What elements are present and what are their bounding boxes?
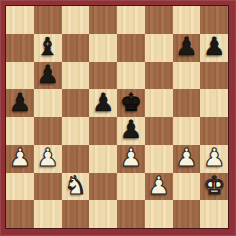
square-b6[interactable]: ♟ — [34, 62, 62, 90]
square-a4[interactable] — [6, 117, 34, 145]
chess-board-frame: ♝♟♟♟♟♟♚♟♟♟♟♟♟♞♟♚ — [0, 0, 236, 236]
square-b4[interactable] — [34, 117, 62, 145]
square-c5[interactable] — [62, 89, 90, 117]
square-f1[interactable] — [145, 200, 173, 228]
square-a3[interactable]: ♟ — [6, 145, 34, 173]
square-e3[interactable]: ♟ — [117, 145, 145, 173]
piece-black-king[interactable]: ♚ — [120, 90, 142, 115]
square-h8[interactable] — [200, 6, 228, 34]
square-e8[interactable] — [117, 6, 145, 34]
square-h4[interactable] — [200, 117, 228, 145]
square-c3[interactable] — [62, 145, 90, 173]
square-b1[interactable] — [34, 200, 62, 228]
piece-black-bishop[interactable]: ♝ — [36, 34, 58, 59]
piece-black-pawn[interactable]: ♟ — [92, 90, 114, 115]
piece-white-pawn[interactable]: ♟ — [120, 145, 142, 170]
square-g5[interactable] — [173, 89, 201, 117]
square-d2[interactable] — [89, 173, 117, 201]
square-h3[interactable]: ♟ — [200, 145, 228, 173]
square-h1[interactable] — [200, 200, 228, 228]
square-c7[interactable] — [62, 34, 90, 62]
square-g7[interactable]: ♟ — [173, 34, 201, 62]
square-d5[interactable]: ♟ — [89, 89, 117, 117]
piece-white-king[interactable]: ♚ — [203, 173, 225, 198]
piece-white-pawn[interactable]: ♟ — [9, 145, 31, 170]
square-f5[interactable] — [145, 89, 173, 117]
square-c4[interactable] — [62, 117, 90, 145]
square-b7[interactable]: ♝ — [34, 34, 62, 62]
square-d6[interactable] — [89, 62, 117, 90]
square-e1[interactable] — [117, 200, 145, 228]
square-g2[interactable] — [173, 173, 201, 201]
square-b3[interactable]: ♟ — [34, 145, 62, 173]
square-c1[interactable] — [62, 200, 90, 228]
square-a1[interactable] — [6, 200, 34, 228]
square-d4[interactable] — [89, 117, 117, 145]
square-d7[interactable] — [89, 34, 117, 62]
piece-black-pawn[interactable]: ♟ — [9, 90, 31, 115]
piece-black-pawn[interactable]: ♟ — [203, 34, 225, 59]
piece-black-pawn[interactable]: ♟ — [36, 62, 58, 87]
square-a5[interactable]: ♟ — [6, 89, 34, 117]
square-a8[interactable] — [6, 6, 34, 34]
square-f8[interactable] — [145, 6, 173, 34]
piece-white-pawn[interactable]: ♟ — [175, 145, 197, 170]
square-a7[interactable] — [6, 34, 34, 62]
piece-white-knight[interactable]: ♞ — [64, 173, 86, 198]
square-b5[interactable] — [34, 89, 62, 117]
square-d1[interactable] — [89, 200, 117, 228]
square-a6[interactable] — [6, 62, 34, 90]
square-h6[interactable] — [200, 62, 228, 90]
square-g8[interactable] — [173, 6, 201, 34]
square-g4[interactable] — [173, 117, 201, 145]
square-e4[interactable]: ♟ — [117, 117, 145, 145]
square-c8[interactable] — [62, 6, 90, 34]
piece-white-pawn[interactable]: ♟ — [203, 145, 225, 170]
square-f3[interactable] — [145, 145, 173, 173]
square-f2[interactable]: ♟ — [145, 173, 173, 201]
piece-black-pawn[interactable]: ♟ — [120, 117, 142, 142]
square-e7[interactable] — [117, 34, 145, 62]
square-f4[interactable] — [145, 117, 173, 145]
square-e5[interactable]: ♚ — [117, 89, 145, 117]
square-f7[interactable] — [145, 34, 173, 62]
square-g6[interactable] — [173, 62, 201, 90]
square-a2[interactable] — [6, 173, 34, 201]
square-g1[interactable] — [173, 200, 201, 228]
square-d8[interactable] — [89, 6, 117, 34]
square-h7[interactable]: ♟ — [200, 34, 228, 62]
square-c6[interactable] — [62, 62, 90, 90]
square-e2[interactable] — [117, 173, 145, 201]
square-d3[interactable] — [89, 145, 117, 173]
square-e6[interactable] — [117, 62, 145, 90]
square-h2[interactable]: ♚ — [200, 173, 228, 201]
square-f6[interactable] — [145, 62, 173, 90]
square-c2[interactable]: ♞ — [62, 173, 90, 201]
square-h5[interactable] — [200, 89, 228, 117]
piece-white-pawn[interactable]: ♟ — [36, 145, 58, 170]
piece-black-pawn[interactable]: ♟ — [175, 34, 197, 59]
square-g3[interactable]: ♟ — [173, 145, 201, 173]
square-b8[interactable] — [34, 6, 62, 34]
square-b2[interactable] — [34, 173, 62, 201]
piece-white-pawn[interactable]: ♟ — [147, 173, 169, 198]
chess-board: ♝♟♟♟♟♟♚♟♟♟♟♟♟♞♟♚ — [6, 6, 228, 228]
